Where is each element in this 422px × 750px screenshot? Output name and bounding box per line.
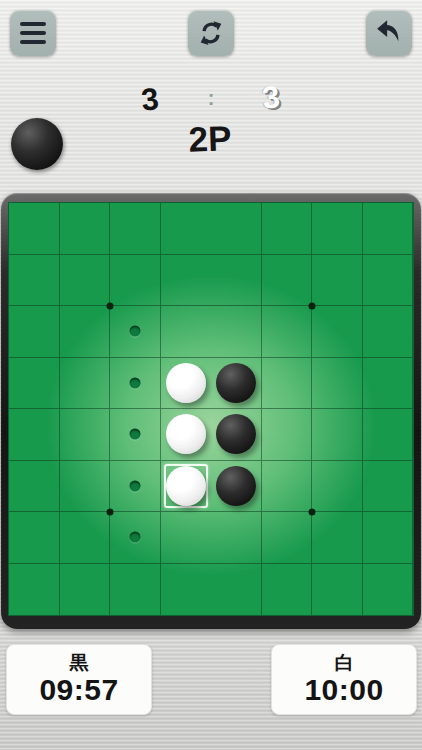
cell-h5[interactable] <box>363 409 414 461</box>
cell-f5[interactable] <box>262 409 313 461</box>
hamburger-icon <box>20 22 46 45</box>
cell-f6[interactable] <box>262 461 313 513</box>
cell-g5[interactable] <box>312 409 363 461</box>
cell-f2[interactable] <box>262 255 313 307</box>
board-grid <box>8 202 414 616</box>
cell-e7[interactable] <box>211 512 262 564</box>
cell-c7[interactable] <box>110 512 161 564</box>
cell-g7[interactable] <box>312 512 363 564</box>
legal-move-hint-dot[interactable] <box>129 377 140 388</box>
cell-c2[interactable] <box>110 255 161 307</box>
back-button[interactable] <box>366 10 412 56</box>
cell-d5[interactable] <box>161 409 212 461</box>
star-point <box>309 303 316 310</box>
cell-g3[interactable] <box>312 306 363 358</box>
cell-b2[interactable] <box>60 255 111 307</box>
cell-e3[interactable] <box>211 306 262 358</box>
cell-b4[interactable] <box>60 358 111 410</box>
white-stone <box>166 414 206 454</box>
app-screen: 3 : 3 2P 黒 09:57 白 10:00 <box>0 0 422 750</box>
cell-c1[interactable] <box>110 203 161 255</box>
cell-g2[interactable] <box>312 255 363 307</box>
white-stone <box>166 363 206 403</box>
black-score: 3 <box>131 82 168 116</box>
undo-arrow-icon <box>374 18 404 48</box>
cell-b6[interactable] <box>60 461 111 513</box>
cell-c8[interactable] <box>110 564 161 616</box>
cell-b8[interactable] <box>60 564 111 616</box>
cell-f1[interactable] <box>262 203 313 255</box>
white-timer-time: 10:00 <box>304 673 383 706</box>
black-timer-time: 09:57 <box>39 673 118 706</box>
white-timer-panel: 白 10:00 <box>271 644 417 715</box>
cell-d4[interactable] <box>161 358 212 410</box>
cell-d6[interactable] <box>161 461 212 513</box>
cell-h2[interactable] <box>363 255 414 307</box>
cell-g4[interactable] <box>312 358 363 410</box>
score-separator: : <box>197 88 225 108</box>
black-stone <box>216 466 256 506</box>
cell-a7[interactable] <box>9 512 60 564</box>
cell-g8[interactable] <box>312 564 363 616</box>
black-timer-label: 黒 <box>70 653 89 674</box>
cell-e8[interactable] <box>211 564 262 616</box>
cell-g6[interactable] <box>312 461 363 513</box>
cell-e4[interactable] <box>211 358 262 410</box>
cell-b3[interactable] <box>60 306 111 358</box>
cell-h7[interactable] <box>363 512 414 564</box>
black-timer-panel: 黒 09:57 <box>6 644 152 715</box>
cell-d8[interactable] <box>161 564 212 616</box>
cell-h8[interactable] <box>363 564 414 616</box>
turn-indicator-black-stone <box>11 118 63 170</box>
cell-h1[interactable] <box>363 203 414 255</box>
cell-d2[interactable] <box>161 255 212 307</box>
menu-button[interactable] <box>10 10 56 56</box>
cell-a1[interactable] <box>9 203 60 255</box>
white-timer-label: 白 <box>335 653 354 674</box>
cell-c5[interactable] <box>110 409 161 461</box>
cell-b7[interactable] <box>60 512 111 564</box>
cell-b1[interactable] <box>60 203 111 255</box>
white-stone <box>166 466 206 506</box>
cell-a3[interactable] <box>9 306 60 358</box>
cell-a8[interactable] <box>9 564 60 616</box>
cell-d3[interactable] <box>161 306 212 358</box>
cell-e5[interactable] <box>211 409 262 461</box>
star-point <box>309 509 316 516</box>
cell-a5[interactable] <box>9 409 60 461</box>
cell-a6[interactable] <box>9 461 60 513</box>
cell-a2[interactable] <box>9 255 60 307</box>
cell-c4[interactable] <box>110 358 161 410</box>
cell-h3[interactable] <box>363 306 414 358</box>
restart-button[interactable] <box>188 10 234 56</box>
legal-move-hint-dot[interactable] <box>129 429 140 440</box>
cell-f8[interactable] <box>262 564 313 616</box>
legal-move-hint-dot[interactable] <box>129 326 140 337</box>
cell-d1[interactable] <box>161 203 212 255</box>
cell-f3[interactable] <box>262 306 313 358</box>
cell-e6[interactable] <box>211 461 262 513</box>
cell-h6[interactable] <box>363 461 414 513</box>
cell-a4[interactable] <box>9 358 60 410</box>
cell-e1[interactable] <box>211 203 262 255</box>
cell-f4[interactable] <box>262 358 313 410</box>
cell-d7[interactable] <box>161 512 212 564</box>
star-point <box>107 303 114 310</box>
black-stone <box>216 363 256 403</box>
cell-f7[interactable] <box>262 512 313 564</box>
cell-b5[interactable] <box>60 409 111 461</box>
legal-move-hint-dot[interactable] <box>129 480 140 491</box>
refresh-icon <box>196 18 226 48</box>
mode-label: 2P <box>171 118 248 161</box>
white-score: 3 <box>252 80 289 114</box>
black-stone <box>216 414 256 454</box>
board-frame <box>1 193 421 629</box>
legal-move-hint-dot[interactable] <box>129 532 140 543</box>
cell-h4[interactable] <box>363 358 414 410</box>
star-point <box>107 509 114 516</box>
cell-c6[interactable] <box>110 461 161 513</box>
cell-g1[interactable] <box>312 203 363 255</box>
cell-c3[interactable] <box>110 306 161 358</box>
cell-e2[interactable] <box>211 255 262 307</box>
